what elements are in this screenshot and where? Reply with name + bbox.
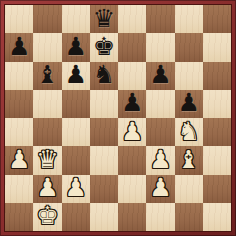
square-h7[interactable] <box>203 33 231 61</box>
square-a1[interactable] <box>5 203 33 231</box>
piece-black-king-d7: ♚ <box>93 34 115 59</box>
square-a2[interactable] <box>5 175 33 203</box>
piece-black-pawn-f6: ♟ <box>149 62 171 87</box>
piece-black-knight-d6: ♞ <box>93 62 115 87</box>
piece-white-knight-g4: ♞ <box>177 119 199 144</box>
square-c4[interactable] <box>62 118 90 146</box>
square-g7[interactable] <box>175 33 203 61</box>
piece-black-pawn-a7: ♟ <box>8 34 30 59</box>
piece-white-pawn-c2: ♟ <box>64 175 86 200</box>
square-c5[interactable] <box>62 90 90 118</box>
square-c7[interactable]: ♟ <box>62 33 90 61</box>
piece-black-pawn-c6: ♟ <box>64 62 86 87</box>
square-a6[interactable] <box>5 62 33 90</box>
piece-white-pawn-f2: ♟ <box>149 175 171 200</box>
square-a5[interactable] <box>5 90 33 118</box>
square-f7[interactable] <box>146 33 174 61</box>
square-d6[interactable]: ♞ <box>90 62 118 90</box>
square-d2[interactable] <box>90 175 118 203</box>
square-c8[interactable] <box>62 5 90 33</box>
square-h8[interactable] <box>203 5 231 33</box>
square-g8[interactable] <box>175 5 203 33</box>
square-g3[interactable]: ♝ <box>175 146 203 174</box>
piece-white-pawn-a3: ♟ <box>8 147 30 172</box>
square-g6[interactable] <box>175 62 203 90</box>
piece-black-pawn-g5: ♟ <box>177 90 199 115</box>
piece-white-pawn-f3: ♟ <box>149 147 171 172</box>
piece-white-queen-b3: ♛ <box>36 147 58 172</box>
piece-black-queen-d8: ♛ <box>93 6 115 31</box>
square-b4[interactable] <box>33 118 61 146</box>
piece-white-king-b1: ♚ <box>36 203 58 228</box>
square-e8[interactable] <box>118 5 146 33</box>
piece-white-pawn-e4: ♟ <box>121 119 143 144</box>
square-b3[interactable]: ♛ <box>33 146 61 174</box>
square-g5[interactable]: ♟ <box>175 90 203 118</box>
square-c3[interactable] <box>62 146 90 174</box>
chess-board: ♛♟♟♚♝♟♞♟♟♟♟♞♟♛♟♝♟♟♟♚ <box>5 5 231 231</box>
square-f2[interactable]: ♟ <box>146 175 174 203</box>
square-b8[interactable] <box>33 5 61 33</box>
square-d5[interactable] <box>90 90 118 118</box>
square-f5[interactable] <box>146 90 174 118</box>
square-g4[interactable]: ♞ <box>175 118 203 146</box>
piece-black-bishop-b6: ♝ <box>36 62 58 87</box>
square-d8[interactable]: ♛ <box>90 5 118 33</box>
square-c2[interactable]: ♟ <box>62 175 90 203</box>
square-g2[interactable] <box>175 175 203 203</box>
square-h5[interactable] <box>203 90 231 118</box>
square-h6[interactable] <box>203 62 231 90</box>
board-frame: ♛♟♟♚♝♟♞♟♟♟♟♞♟♛♟♝♟♟♟♚ <box>0 0 236 236</box>
square-e2[interactable] <box>118 175 146 203</box>
square-h1[interactable] <box>203 203 231 231</box>
square-e1[interactable] <box>118 203 146 231</box>
square-d1[interactable] <box>90 203 118 231</box>
square-b2[interactable]: ♟ <box>33 175 61 203</box>
square-d3[interactable] <box>90 146 118 174</box>
square-f3[interactable]: ♟ <box>146 146 174 174</box>
piece-black-pawn-c7: ♟ <box>64 34 86 59</box>
square-f1[interactable] <box>146 203 174 231</box>
square-b1[interactable]: ♚ <box>33 203 61 231</box>
square-b6[interactable]: ♝ <box>33 62 61 90</box>
square-h4[interactable] <box>203 118 231 146</box>
square-b5[interactable] <box>33 90 61 118</box>
square-g1[interactable] <box>175 203 203 231</box>
square-f8[interactable] <box>146 5 174 33</box>
square-c6[interactable]: ♟ <box>62 62 90 90</box>
square-a7[interactable]: ♟ <box>5 33 33 61</box>
square-a3[interactable]: ♟ <box>5 146 33 174</box>
square-d4[interactable] <box>90 118 118 146</box>
piece-white-pawn-b2: ♟ <box>36 175 58 200</box>
square-e6[interactable] <box>118 62 146 90</box>
square-e3[interactable] <box>118 146 146 174</box>
square-e5[interactable]: ♟ <box>118 90 146 118</box>
square-b7[interactable] <box>33 33 61 61</box>
square-e7[interactable] <box>118 33 146 61</box>
square-a4[interactable] <box>5 118 33 146</box>
square-h2[interactable] <box>203 175 231 203</box>
square-a8[interactable] <box>5 5 33 33</box>
piece-black-pawn-e5: ♟ <box>121 90 143 115</box>
square-e4[interactable]: ♟ <box>118 118 146 146</box>
square-c1[interactable] <box>62 203 90 231</box>
square-f6[interactable]: ♟ <box>146 62 174 90</box>
square-d7[interactable]: ♚ <box>90 33 118 61</box>
square-h3[interactable] <box>203 146 231 174</box>
square-f4[interactable] <box>146 118 174 146</box>
piece-white-bishop-g3: ♝ <box>177 147 199 172</box>
